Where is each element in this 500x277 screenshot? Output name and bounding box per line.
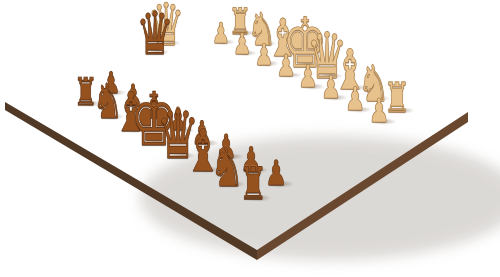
piece-white-pawn-e2[interactable]: ♟: [276, 51, 295, 81]
piece-white-pawn-b2[interactable]: ♟: [345, 84, 366, 116]
piece-white-pawn-d2[interactable]: ♟: [298, 61, 318, 92]
piece-black-queen[interactable]: ♛: [136, 5, 174, 64]
piece-white-pawn-h2[interactable]: ♟: [211, 19, 229, 48]
piece-white-pawn-g2[interactable]: ♟: [233, 30, 252, 59]
piece-white-pawn-f2[interactable]: ♟: [254, 40, 273, 70]
piece-white-pawn-a2[interactable]: ♟: [368, 95, 389, 128]
piece-black-pawn-a7[interactable]: ♟: [265, 156, 287, 191]
piece-black-rook-a8[interactable]: ♜: [239, 162, 268, 207]
pieces-layer: ♜♞♝♛♚♝♞♜♟♟♟♟♟♟♟♟♟♟♟♟♟♟♟♟♜♞♝♛♚♝♞♜♛♛: [0, 0, 500, 277]
piece-white-pawn-c2[interactable]: ♟: [321, 72, 341, 104]
chess-set-photo: ♜♞♝♛♚♝♞♜♟♟♟♟♟♟♟♟♟♟♟♟♟♟♟♟♜♞♝♛♚♝♞♜♛♛: [0, 0, 500, 277]
